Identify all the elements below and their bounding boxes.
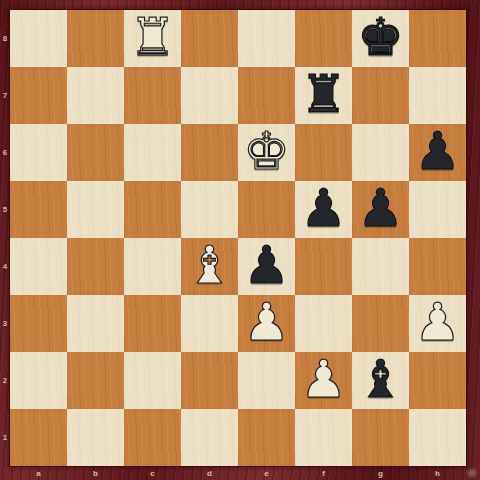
square-b6[interactable]	[67, 124, 124, 181]
rank-label: 3	[0, 295, 10, 352]
file-label: f	[295, 466, 352, 480]
white-pawn[interactable]: ♟	[300, 353, 347, 405]
square-h6[interactable]: ♟	[409, 124, 466, 181]
square-e1[interactable]	[238, 409, 295, 466]
square-e5[interactable]	[238, 181, 295, 238]
square-f5[interactable]: ♟	[295, 181, 352, 238]
square-g1[interactable]	[352, 409, 409, 466]
chess-board[interactable]: ♜♚♜♚♟♟♟♝♟♟♟♟♝	[10, 10, 466, 466]
square-g7[interactable]	[352, 67, 409, 124]
black-bishop[interactable]: ♝	[357, 353, 404, 405]
square-b3[interactable]	[67, 295, 124, 352]
square-h2[interactable]	[409, 352, 466, 409]
square-d6[interactable]	[181, 124, 238, 181]
rank-label: 5	[0, 181, 10, 238]
square-a1[interactable]	[10, 409, 67, 466]
black-pawn[interactable]: ♟	[357, 182, 404, 234]
file-labels: abcdefgh	[10, 466, 466, 480]
square-a4[interactable]	[10, 238, 67, 295]
rank-labels: 87654321	[0, 10, 10, 466]
square-a7[interactable]	[10, 67, 67, 124]
square-e8[interactable]	[238, 10, 295, 67]
square-h4[interactable]	[409, 238, 466, 295]
square-c3[interactable]	[124, 295, 181, 352]
square-f4[interactable]	[295, 238, 352, 295]
square-b5[interactable]	[67, 181, 124, 238]
square-d8[interactable]	[181, 10, 238, 67]
square-c5[interactable]	[124, 181, 181, 238]
square-a8[interactable]	[10, 10, 67, 67]
black-rook[interactable]: ♜	[300, 68, 347, 120]
white-pawn[interactable]: ♟	[414, 296, 461, 348]
square-a6[interactable]	[10, 124, 67, 181]
file-label: g	[352, 466, 409, 480]
rank-label: 8	[0, 10, 10, 67]
chess-board-frame: 87654321 abcdefgh ♜♚♜♚♟♟♟♝♟♟♟♟♝	[0, 0, 480, 480]
square-d1[interactable]	[181, 409, 238, 466]
file-label: b	[67, 466, 124, 480]
square-f8[interactable]	[295, 10, 352, 67]
square-b8[interactable]	[67, 10, 124, 67]
square-g4[interactable]	[352, 238, 409, 295]
black-pawn[interactable]: ♟	[243, 239, 290, 291]
square-g2[interactable]: ♝	[352, 352, 409, 409]
square-d5[interactable]	[181, 181, 238, 238]
square-f3[interactable]	[295, 295, 352, 352]
square-b7[interactable]	[67, 67, 124, 124]
file-label: e	[238, 466, 295, 480]
file-label: h	[409, 466, 466, 480]
square-g8[interactable]: ♚	[352, 10, 409, 67]
black-king[interactable]: ♚	[357, 11, 404, 63]
square-f2[interactable]: ♟	[295, 352, 352, 409]
black-pawn[interactable]: ♟	[300, 182, 347, 234]
rank-label: 7	[0, 67, 10, 124]
square-h7[interactable]	[409, 67, 466, 124]
file-label: c	[124, 466, 181, 480]
square-c4[interactable]	[124, 238, 181, 295]
square-g6[interactable]	[352, 124, 409, 181]
square-g3[interactable]	[352, 295, 409, 352]
square-a3[interactable]	[10, 295, 67, 352]
square-h1[interactable]	[409, 409, 466, 466]
square-e7[interactable]	[238, 67, 295, 124]
square-f7[interactable]: ♜	[295, 67, 352, 124]
square-f6[interactable]	[295, 124, 352, 181]
square-a2[interactable]	[10, 352, 67, 409]
black-pawn[interactable]: ♟	[414, 125, 461, 177]
square-d2[interactable]	[181, 352, 238, 409]
square-c7[interactable]	[124, 67, 181, 124]
square-c1[interactable]	[124, 409, 181, 466]
square-c8[interactable]: ♜	[124, 10, 181, 67]
rank-label: 1	[0, 409, 10, 466]
square-e6[interactable]: ♚	[238, 124, 295, 181]
square-e2[interactable]	[238, 352, 295, 409]
square-c6[interactable]	[124, 124, 181, 181]
square-d3[interactable]	[181, 295, 238, 352]
square-a5[interactable]	[10, 181, 67, 238]
file-label: a	[10, 466, 67, 480]
square-b2[interactable]	[67, 352, 124, 409]
rank-label: 6	[0, 124, 10, 181]
square-b4[interactable]	[67, 238, 124, 295]
square-h8[interactable]	[409, 10, 466, 67]
square-e4[interactable]: ♟	[238, 238, 295, 295]
corner-mark	[466, 467, 478, 479]
square-e3[interactable]: ♟	[238, 295, 295, 352]
square-c2[interactable]	[124, 352, 181, 409]
square-b1[interactable]	[67, 409, 124, 466]
white-bishop[interactable]: ♝	[186, 239, 233, 291]
file-label: d	[181, 466, 238, 480]
white-rook[interactable]: ♜	[129, 11, 176, 63]
square-f1[interactable]	[295, 409, 352, 466]
square-h5[interactable]	[409, 181, 466, 238]
rank-label: 2	[0, 352, 10, 409]
white-king[interactable]: ♚	[243, 125, 290, 177]
square-d4[interactable]: ♝	[181, 238, 238, 295]
square-h3[interactable]: ♟	[409, 295, 466, 352]
rank-label: 4	[0, 238, 10, 295]
square-g5[interactable]: ♟	[352, 181, 409, 238]
white-pawn[interactable]: ♟	[243, 296, 290, 348]
square-d7[interactable]	[181, 67, 238, 124]
